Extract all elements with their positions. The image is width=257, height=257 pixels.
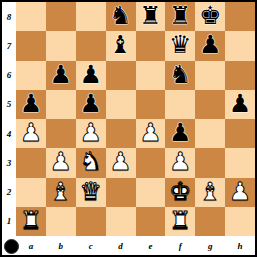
square-a4[interactable]: ♟	[16, 119, 46, 148]
white-pawn-h2[interactable]: ♟	[229, 179, 251, 204]
file-label-h: h	[225, 236, 255, 255]
square-g6[interactable]	[195, 61, 225, 90]
white-pawn-d3[interactable]: ♟	[109, 149, 131, 174]
square-c8[interactable]	[76, 2, 106, 31]
file-label-e: e	[136, 236, 166, 255]
square-d7[interactable]: ♝	[106, 31, 136, 60]
square-b6[interactable]: ♟	[46, 61, 76, 90]
square-a8[interactable]	[16, 2, 46, 31]
square-a1[interactable]: ♜	[16, 207, 46, 236]
square-h3[interactable]	[225, 148, 255, 177]
square-d1[interactable]	[106, 207, 136, 236]
white-bishop-g2[interactable]: ♝	[199, 179, 221, 204]
square-b8[interactable]	[46, 2, 76, 31]
square-a6[interactable]	[16, 61, 46, 90]
square-h7[interactable]	[225, 31, 255, 60]
square-c1[interactable]	[76, 207, 106, 236]
rank-label-2: 2	[2, 178, 16, 207]
chessboard-frame: 8 7 6 5 4 3 2 1 ♞♜♜♚♝♛♟♟♟♞♟♟♟♟♟♟♟♟♞♟♟♝♛♚…	[0, 0, 257, 257]
square-b7[interactable]	[46, 31, 76, 60]
file-label-b: b	[46, 236, 76, 255]
rank-label-5: 5	[2, 90, 16, 119]
square-h4[interactable]	[225, 119, 255, 148]
square-g3[interactable]	[195, 148, 225, 177]
square-b2[interactable]: ♝	[46, 178, 76, 207]
rank-label-8: 8	[2, 2, 16, 31]
white-rook-a1[interactable]: ♜	[20, 208, 42, 233]
white-king-f2[interactable]: ♚	[169, 179, 191, 204]
square-f4[interactable]: ♟	[165, 119, 195, 148]
square-a3[interactable]	[16, 148, 46, 177]
square-f5[interactable]	[165, 90, 195, 119]
square-h8[interactable]	[225, 2, 255, 31]
file-label-g: g	[195, 236, 225, 255]
square-b1[interactable]	[46, 207, 76, 236]
white-pawn-c4[interactable]: ♟	[79, 120, 101, 145]
square-g5[interactable]	[195, 90, 225, 119]
chess-board: ♞♜♜♚♝♛♟♟♟♞♟♟♟♟♟♟♟♟♞♟♟♝♛♚♝♟♜♜	[16, 2, 255, 236]
white-knight-c3[interactable]: ♞	[79, 149, 101, 174]
file-label-f: f	[165, 236, 195, 255]
rank-label-1: 1	[2, 207, 16, 236]
square-e8[interactable]: ♜	[136, 2, 166, 31]
square-c2[interactable]: ♛	[76, 178, 106, 207]
white-pawn-b3[interactable]: ♟	[50, 149, 72, 174]
square-a2[interactable]	[16, 178, 46, 207]
square-h1[interactable]	[225, 207, 255, 236]
square-d8[interactable]: ♞	[106, 2, 136, 31]
black-bishop-d7[interactable]: ♝	[109, 32, 131, 57]
file-label-c: c	[76, 236, 106, 255]
white-pawn-a4[interactable]: ♟	[20, 120, 42, 145]
file-label-d: d	[106, 236, 136, 255]
black-pawn-b6[interactable]: ♟	[50, 62, 72, 87]
square-c4[interactable]: ♟	[76, 119, 106, 148]
black-queen-f7[interactable]: ♛	[169, 32, 191, 57]
square-g1[interactable]	[195, 207, 225, 236]
square-h2[interactable]: ♟	[225, 178, 255, 207]
square-d3[interactable]: ♟	[106, 148, 136, 177]
white-bishop-b2[interactable]: ♝	[50, 179, 72, 204]
white-pawn-e4[interactable]: ♟	[139, 120, 161, 145]
black-pawn-c6[interactable]: ♟	[79, 62, 101, 87]
black-king-g8[interactable]: ♚	[199, 3, 221, 28]
file-label-a: a	[16, 236, 46, 255]
square-e4[interactable]: ♟	[136, 119, 166, 148]
square-c6[interactable]: ♟	[76, 61, 106, 90]
square-c5[interactable]: ♟	[76, 90, 106, 119]
square-h5[interactable]: ♟	[225, 90, 255, 119]
square-a5[interactable]: ♟	[16, 90, 46, 119]
square-d2[interactable]	[106, 178, 136, 207]
rank-labels: 8 7 6 5 4 3 2 1	[2, 2, 16, 236]
black-rook-e8[interactable]: ♜	[139, 3, 161, 28]
square-b5[interactable]	[46, 90, 76, 119]
square-d4[interactable]	[106, 119, 136, 148]
square-b3[interactable]: ♟	[46, 148, 76, 177]
rank-label-7: 7	[2, 31, 16, 60]
square-e2[interactable]	[136, 178, 166, 207]
black-pawn-g7[interactable]: ♟	[199, 32, 221, 57]
white-queen-c2[interactable]: ♛	[79, 179, 101, 204]
white-pawn-f3[interactable]: ♟	[169, 149, 191, 174]
square-f2[interactable]: ♚	[165, 178, 195, 207]
black-rook-f8[interactable]: ♜	[169, 3, 191, 28]
black-pawn-a5[interactable]: ♟	[20, 91, 42, 116]
square-h6[interactable]	[225, 61, 255, 90]
square-g4[interactable]	[195, 119, 225, 148]
file-labels: a b c d e f g h	[16, 236, 255, 255]
square-d6[interactable]	[106, 61, 136, 90]
square-g7[interactable]: ♟	[195, 31, 225, 60]
square-g2[interactable]: ♝	[195, 178, 225, 207]
square-e7[interactable]	[136, 31, 166, 60]
black-pawn-h5[interactable]: ♟	[229, 91, 251, 116]
black-pawn-f4[interactable]: ♟	[169, 120, 191, 145]
rank-label-6: 6	[2, 61, 16, 90]
white-rook-f1[interactable]: ♜	[169, 208, 191, 233]
square-g8[interactable]: ♚	[195, 2, 225, 31]
square-c3[interactable]: ♞	[76, 148, 106, 177]
square-f3[interactable]: ♟	[165, 148, 195, 177]
square-f7[interactable]: ♛	[165, 31, 195, 60]
square-e5[interactable]	[136, 90, 166, 119]
black-knight-d8[interactable]: ♞	[109, 3, 131, 28]
square-e1[interactable]	[136, 207, 166, 236]
rank-label-4: 4	[2, 119, 16, 148]
black-knight-f6[interactable]: ♞	[169, 62, 191, 87]
square-e6[interactable]	[136, 61, 166, 90]
black-pawn-c5[interactable]: ♟	[79, 91, 101, 116]
square-a7[interactable]	[16, 31, 46, 60]
square-c7[interactable]	[76, 31, 106, 60]
square-b4[interactable]	[46, 119, 76, 148]
square-f1[interactable]: ♜	[165, 207, 195, 236]
square-e3[interactable]	[136, 148, 166, 177]
square-f6[interactable]: ♞	[165, 61, 195, 90]
square-f8[interactable]: ♜	[165, 2, 195, 31]
square-d5[interactable]	[106, 90, 136, 119]
rank-label-3: 3	[2, 148, 16, 177]
